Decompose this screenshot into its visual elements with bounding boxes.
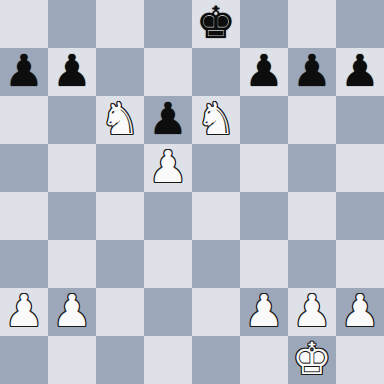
square-d5[interactable]: ♟	[144, 144, 192, 192]
piece-white-pawn: ♟	[292, 288, 331, 335]
piece-white-king: ♚	[292, 336, 331, 383]
square-f5[interactable]	[240, 144, 288, 192]
square-e6[interactable]: ♞	[192, 96, 240, 144]
square-f7[interactable]: ♟	[240, 48, 288, 96]
square-b8[interactable]	[48, 0, 96, 48]
square-b7[interactable]: ♟	[48, 48, 96, 96]
square-h5[interactable]	[336, 144, 384, 192]
piece-white-pawn: ♟	[52, 288, 91, 335]
square-f4[interactable]	[240, 192, 288, 240]
square-d8[interactable]	[144, 0, 192, 48]
square-f1[interactable]	[240, 336, 288, 384]
square-c5[interactable]	[96, 144, 144, 192]
square-b2[interactable]: ♟	[48, 288, 96, 336]
piece-white-pawn: ♟	[244, 288, 283, 335]
square-f2[interactable]: ♟	[240, 288, 288, 336]
square-e5[interactable]	[192, 144, 240, 192]
piece-black-pawn: ♟	[292, 48, 331, 95]
square-h6[interactable]	[336, 96, 384, 144]
square-g4[interactable]	[288, 192, 336, 240]
square-e4[interactable]	[192, 192, 240, 240]
square-d6[interactable]: ♟	[144, 96, 192, 144]
square-d7[interactable]	[144, 48, 192, 96]
square-f6[interactable]	[240, 96, 288, 144]
square-f3[interactable]	[240, 240, 288, 288]
piece-white-pawn: ♟	[4, 288, 43, 335]
square-h4[interactable]	[336, 192, 384, 240]
square-f8[interactable]	[240, 0, 288, 48]
square-d4[interactable]	[144, 192, 192, 240]
square-c1[interactable]	[96, 336, 144, 384]
square-c6[interactable]: ♞	[96, 96, 144, 144]
square-a1[interactable]	[0, 336, 48, 384]
square-a5[interactable]	[0, 144, 48, 192]
square-g3[interactable]	[288, 240, 336, 288]
square-h1[interactable]	[336, 336, 384, 384]
piece-black-king: ♚	[196, 0, 235, 47]
square-a4[interactable]	[0, 192, 48, 240]
piece-black-pawn: ♟	[340, 48, 379, 95]
square-g2[interactable]: ♟	[288, 288, 336, 336]
square-b4[interactable]	[48, 192, 96, 240]
square-c2[interactable]	[96, 288, 144, 336]
piece-black-pawn: ♟	[148, 96, 187, 143]
piece-white-pawn: ♟	[340, 288, 379, 335]
square-d2[interactable]	[144, 288, 192, 336]
chess-board: ♚♟♟♟♟♟♞♟♞♟♟♟♟♟♟♚	[0, 0, 384, 384]
square-h7[interactable]: ♟	[336, 48, 384, 96]
square-h3[interactable]	[336, 240, 384, 288]
piece-black-pawn: ♟	[244, 48, 283, 95]
square-d1[interactable]	[144, 336, 192, 384]
square-b5[interactable]	[48, 144, 96, 192]
square-g8[interactable]	[288, 0, 336, 48]
square-b6[interactable]	[48, 96, 96, 144]
square-h2[interactable]: ♟	[336, 288, 384, 336]
square-e2[interactable]	[192, 288, 240, 336]
square-a2[interactable]: ♟	[0, 288, 48, 336]
piece-white-knight: ♞	[196, 96, 235, 143]
square-a7[interactable]: ♟	[0, 48, 48, 96]
square-e7[interactable]	[192, 48, 240, 96]
piece-black-pawn: ♟	[52, 48, 91, 95]
square-g5[interactable]	[288, 144, 336, 192]
square-e1[interactable]	[192, 336, 240, 384]
square-c7[interactable]	[96, 48, 144, 96]
piece-white-pawn: ♟	[148, 144, 187, 191]
square-c4[interactable]	[96, 192, 144, 240]
square-g6[interactable]	[288, 96, 336, 144]
square-c8[interactable]	[96, 0, 144, 48]
piece-white-knight: ♞	[100, 96, 139, 143]
square-b3[interactable]	[48, 240, 96, 288]
square-d3[interactable]	[144, 240, 192, 288]
square-h8[interactable]	[336, 0, 384, 48]
square-g1[interactable]: ♚	[288, 336, 336, 384]
square-a3[interactable]	[0, 240, 48, 288]
square-e3[interactable]	[192, 240, 240, 288]
square-e8[interactable]: ♚	[192, 0, 240, 48]
square-a8[interactable]	[0, 0, 48, 48]
square-g7[interactable]: ♟	[288, 48, 336, 96]
square-b1[interactable]	[48, 336, 96, 384]
piece-black-pawn: ♟	[4, 48, 43, 95]
square-a6[interactable]	[0, 96, 48, 144]
square-c3[interactable]	[96, 240, 144, 288]
